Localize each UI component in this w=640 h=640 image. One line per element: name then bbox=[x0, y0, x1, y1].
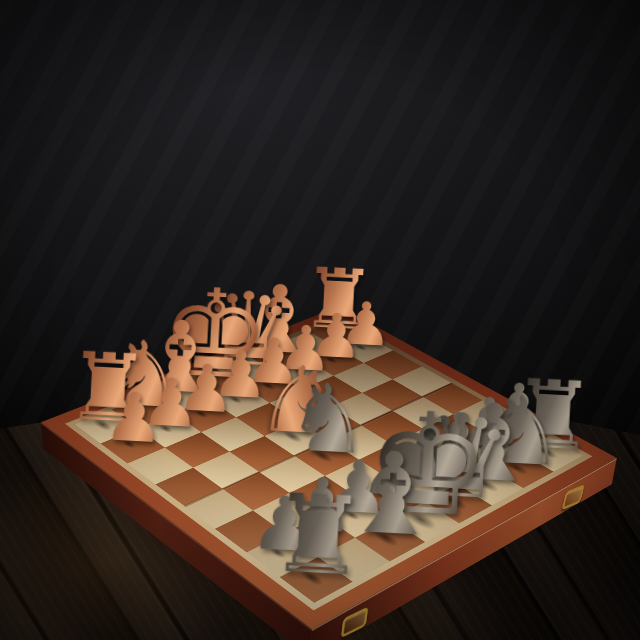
white-pawn-glyph: ♟ bbox=[56, 381, 212, 456]
black-rook-glyph: ♜ bbox=[229, 476, 408, 593]
scene: ♜♝♛♚♝♞♜♞♟♟♟♟♟♟♟♟♜♞♝♛♚♝♜♞♟♟♟♟♟♟♟♟ bbox=[0, 0, 640, 640]
